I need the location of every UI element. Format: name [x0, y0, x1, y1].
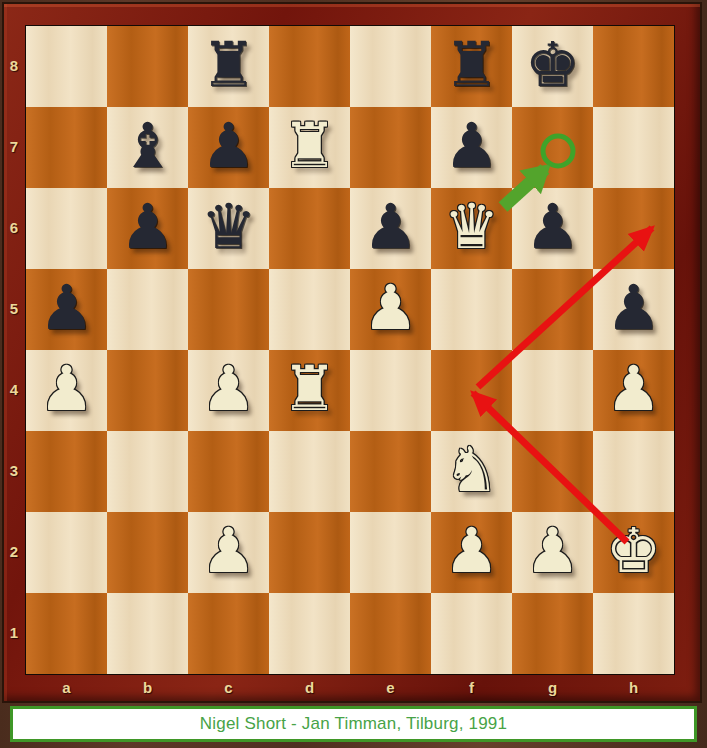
square-e4	[350, 350, 431, 431]
rank-label-2: 2	[4, 511, 24, 592]
square-c6: ♛	[188, 188, 269, 269]
square-c8: ♜	[188, 26, 269, 107]
piece-black-pawn-e6: ♟	[350, 188, 431, 269]
piece-black-pawn-a5: ♟	[26, 269, 107, 350]
square-h7	[593, 107, 674, 188]
square-e2	[350, 512, 431, 593]
piece-white-queen-f6: ♛	[431, 188, 512, 269]
piece-black-pawn-f7: ♟	[431, 107, 512, 188]
file-label-b: b	[107, 677, 188, 699]
square-e8	[350, 26, 431, 107]
rank-label-8: 8	[4, 25, 24, 106]
square-f3: ♞	[431, 431, 512, 512]
rank-label-6: 6	[4, 187, 24, 268]
piece-white-rook-d7: ♜	[269, 107, 350, 188]
piece-white-pawn-f2: ♟	[431, 512, 512, 593]
file-label-a: a	[26, 677, 107, 699]
square-c1	[188, 593, 269, 674]
square-c3	[188, 431, 269, 512]
square-e5: ♟	[350, 269, 431, 350]
square-a1	[26, 593, 107, 674]
square-g5	[512, 269, 593, 350]
square-g4	[512, 350, 593, 431]
square-e3	[350, 431, 431, 512]
square-f8: ♜	[431, 26, 512, 107]
square-g2: ♟	[512, 512, 593, 593]
square-f7: ♟	[431, 107, 512, 188]
square-a2	[26, 512, 107, 593]
rank-label-3: 3	[4, 430, 24, 511]
square-c7: ♟	[188, 107, 269, 188]
square-d8	[269, 26, 350, 107]
caption-text: Nigel Short - Jan Timman, Tilburg, 1991	[200, 714, 507, 734]
square-c5	[188, 269, 269, 350]
file-label-c: c	[188, 677, 269, 699]
board-frame: 87654321 ♜♜♚♝♟♜♟♟♛♟♛♟♟♟♟♟♟♜♟♞♟♟♟♚ abcdef…	[4, 4, 700, 701]
square-d5	[269, 269, 350, 350]
chess-board: ♜♜♚♝♟♜♟♟♛♟♛♟♟♟♟♟♟♜♟♞♟♟♟♚	[25, 25, 675, 675]
square-d1	[269, 593, 350, 674]
square-g3	[512, 431, 593, 512]
square-b7: ♝	[107, 107, 188, 188]
piece-white-pawn-g2: ♟	[512, 512, 593, 593]
square-a3	[26, 431, 107, 512]
piece-black-queen-c6: ♛	[188, 188, 269, 269]
square-d7: ♜	[269, 107, 350, 188]
square-c2: ♟	[188, 512, 269, 593]
square-g6: ♟	[512, 188, 593, 269]
square-f5	[431, 269, 512, 350]
square-h6	[593, 188, 674, 269]
piece-black-pawn-h5: ♟	[593, 269, 674, 350]
square-d6	[269, 188, 350, 269]
piece-black-pawn-c7: ♟	[188, 107, 269, 188]
square-g8: ♚	[512, 26, 593, 107]
rank-label-7: 7	[4, 106, 24, 187]
square-d3	[269, 431, 350, 512]
piece-white-pawn-c2: ♟	[188, 512, 269, 593]
square-a6	[26, 188, 107, 269]
chess-diagram-page: 87654321 ♜♜♚♝♟♜♟♟♛♟♛♟♟♟♟♟♟♜♟♞♟♟♟♚ abcdef…	[0, 0, 707, 748]
square-a5: ♟	[26, 269, 107, 350]
square-d4: ♜	[269, 350, 350, 431]
square-h2: ♚	[593, 512, 674, 593]
square-h8	[593, 26, 674, 107]
file-label-h: h	[593, 677, 674, 699]
file-label-f: f	[431, 677, 512, 699]
square-g7	[512, 107, 593, 188]
piece-black-bishop-b7: ♝	[107, 107, 188, 188]
square-f1	[431, 593, 512, 674]
square-b1	[107, 593, 188, 674]
file-label-e: e	[350, 677, 431, 699]
piece-white-pawn-e5: ♟	[350, 269, 431, 350]
square-a8	[26, 26, 107, 107]
file-label-d: d	[269, 677, 350, 699]
square-e6: ♟	[350, 188, 431, 269]
square-b4	[107, 350, 188, 431]
square-a7	[26, 107, 107, 188]
square-h3	[593, 431, 674, 512]
square-b2	[107, 512, 188, 593]
piece-black-king-g8: ♚	[512, 26, 593, 107]
square-b6: ♟	[107, 188, 188, 269]
piece-white-pawn-a4: ♟	[26, 350, 107, 431]
piece-white-king-h2: ♚	[593, 512, 674, 593]
square-b8	[107, 26, 188, 107]
piece-white-knight-f3: ♞	[431, 431, 512, 512]
square-g1	[512, 593, 593, 674]
square-b5	[107, 269, 188, 350]
rank-label-4: 4	[4, 349, 24, 430]
piece-white-pawn-h4: ♟	[593, 350, 674, 431]
caption: Nigel Short - Jan Timman, Tilburg, 1991	[10, 706, 697, 742]
piece-white-rook-d4: ♜	[269, 350, 350, 431]
piece-black-pawn-g6: ♟	[512, 188, 593, 269]
square-e7	[350, 107, 431, 188]
square-d2	[269, 512, 350, 593]
file-label-g: g	[512, 677, 593, 699]
square-h5: ♟	[593, 269, 674, 350]
square-f6: ♛	[431, 188, 512, 269]
square-f2: ♟	[431, 512, 512, 593]
rank-label-1: 1	[4, 592, 24, 673]
piece-black-pawn-b6: ♟	[107, 188, 188, 269]
square-h4: ♟	[593, 350, 674, 431]
square-f4	[431, 350, 512, 431]
piece-white-pawn-c4: ♟	[188, 350, 269, 431]
square-a4: ♟	[26, 350, 107, 431]
square-c4: ♟	[188, 350, 269, 431]
square-e1	[350, 593, 431, 674]
piece-black-rook-f8: ♜	[431, 26, 512, 107]
square-h1	[593, 593, 674, 674]
square-b3	[107, 431, 188, 512]
piece-black-rook-c8: ♜	[188, 26, 269, 107]
rank-label-5: 5	[4, 268, 24, 349]
